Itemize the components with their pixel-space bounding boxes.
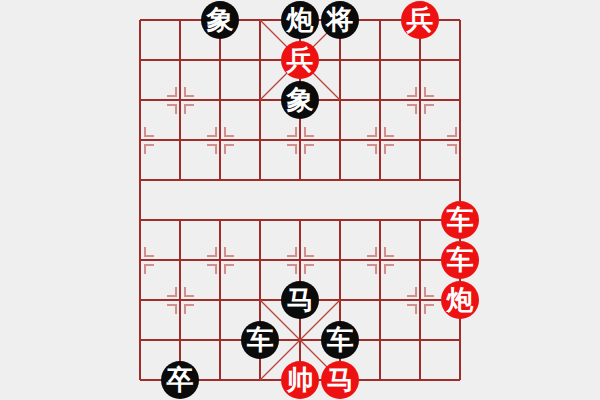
xiangqi-screen: 象炮将兵兵象车车马炮车车卒帅马 (0, 0, 600, 400)
piece-black-chariot[interactable]: 车 (321, 321, 359, 359)
piece-black-general[interactable]: 将 (321, 1, 359, 39)
piece-red-soldier[interactable]: 兵 (281, 41, 319, 79)
pieces-layer: 象炮将兵兵象车车马炮车车卒帅马 (0, 0, 600, 400)
piece-red-cannon[interactable]: 炮 (441, 281, 479, 319)
piece-black-elephant[interactable]: 象 (201, 1, 239, 39)
piece-black-soldier[interactable]: 卒 (161, 361, 199, 399)
piece-red-chariot[interactable]: 车 (441, 201, 479, 239)
piece-black-chariot[interactable]: 车 (241, 321, 279, 359)
piece-black-elephant[interactable]: 象 (281, 81, 319, 119)
piece-red-soldier[interactable]: 兵 (401, 1, 439, 39)
piece-black-cannon[interactable]: 炮 (281, 1, 319, 39)
piece-red-chariot[interactable]: 车 (441, 241, 479, 279)
piece-red-general[interactable]: 帅 (281, 361, 319, 399)
piece-black-horse[interactable]: 马 (281, 281, 319, 319)
piece-red-horse[interactable]: 马 (321, 361, 359, 399)
